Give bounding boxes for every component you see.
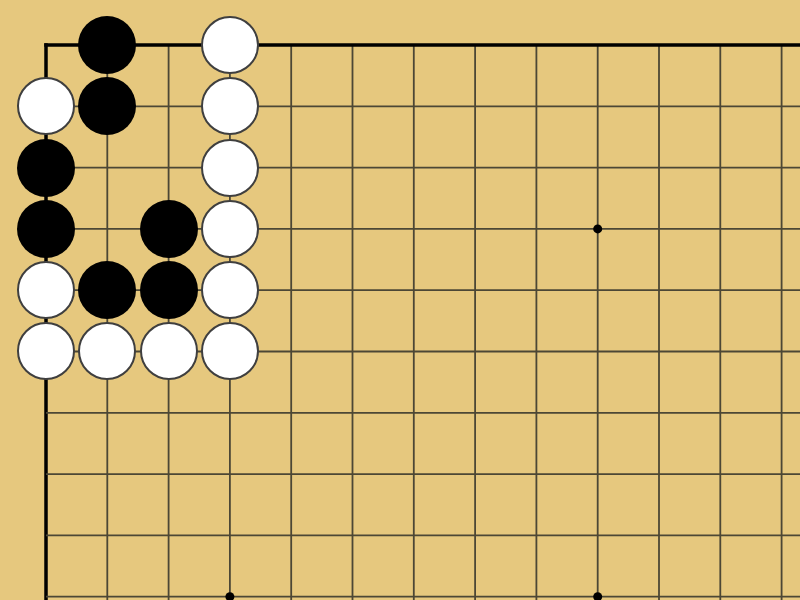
- intersection-0-4[interactable]: [15, 260, 76, 321]
- intersection-6-6[interactable]: [383, 382, 444, 443]
- intersection-6-7[interactable]: [383, 443, 444, 504]
- intersection-10-7[interactable]: [628, 443, 689, 504]
- intersection-5-2[interactable]: [322, 137, 383, 198]
- intersection-3-0[interactable]: [199, 14, 260, 75]
- intersection-8-6[interactable]: [506, 382, 567, 443]
- intersection-11-7[interactable]: [690, 443, 751, 504]
- intersection-9-9[interactable]: [567, 566, 628, 600]
- intersection-4-7[interactable]: [261, 443, 322, 504]
- intersection-0-1[interactable]: [15, 76, 76, 137]
- black-stone: [17, 139, 75, 197]
- intersection-8-2[interactable]: [506, 137, 567, 198]
- intersection-8-8[interactable]: [506, 505, 567, 566]
- intersection-10-4[interactable]: [628, 260, 689, 321]
- go-board: [0, 0, 800, 600]
- intersection-4-8[interactable]: [261, 505, 322, 566]
- intersection-3-8[interactable]: [199, 505, 260, 566]
- intersection-6-1[interactable]: [383, 76, 444, 137]
- intersection-9-2[interactable]: [567, 137, 628, 198]
- intersection-12-3[interactable]: [751, 198, 800, 259]
- intersection-2-0[interactable]: [138, 14, 199, 75]
- white-stone: [201, 139, 259, 197]
- intersection-9-6[interactable]: [567, 382, 628, 443]
- intersection-8-3[interactable]: [506, 198, 567, 259]
- intersection-2-4[interactable]: [138, 260, 199, 321]
- intersection-11-0[interactable]: [690, 14, 751, 75]
- intersection-1-5[interactable]: [77, 321, 138, 382]
- white-stone: [201, 77, 259, 135]
- intersection-2-2[interactable]: [138, 137, 199, 198]
- intersection-6-5[interactable]: [383, 321, 444, 382]
- intersection-0-0[interactable]: [15, 14, 76, 75]
- intersection-7-0[interactable]: [444, 14, 505, 75]
- intersection-2-7[interactable]: [138, 443, 199, 504]
- intersection-3-5[interactable]: [199, 321, 260, 382]
- intersection-0-3[interactable]: [15, 198, 76, 259]
- intersection-5-8[interactable]: [322, 505, 383, 566]
- intersection-5-9[interactable]: [322, 566, 383, 600]
- intersection-8-1[interactable]: [506, 76, 567, 137]
- intersection-10-9[interactable]: [628, 566, 689, 600]
- intersection-3-6[interactable]: [199, 382, 260, 443]
- black-stone: [78, 16, 136, 74]
- intersection-3-9[interactable]: [199, 566, 260, 600]
- intersection-11-1[interactable]: [690, 76, 751, 137]
- intersection-6-4[interactable]: [383, 260, 444, 321]
- intersection-0-9[interactable]: [15, 566, 76, 600]
- intersection-3-4[interactable]: [199, 260, 260, 321]
- intersection-9-0[interactable]: [567, 14, 628, 75]
- black-stone: [140, 261, 198, 319]
- intersection-4-6[interactable]: [261, 382, 322, 443]
- intersection-2-8[interactable]: [138, 505, 199, 566]
- black-stone: [78, 77, 136, 135]
- intersection-6-0[interactable]: [383, 14, 444, 75]
- intersection-2-1[interactable]: [138, 76, 199, 137]
- intersection-6-8[interactable]: [383, 505, 444, 566]
- intersection-0-5[interactable]: [15, 321, 76, 382]
- intersection-2-9[interactable]: [138, 566, 199, 600]
- white-stone: [201, 16, 259, 74]
- intersection-6-2[interactable]: [383, 137, 444, 198]
- intersection-11-3[interactable]: [690, 198, 751, 259]
- white-stone: [201, 322, 259, 380]
- intersection-6-3[interactable]: [383, 198, 444, 259]
- intersection-10-1[interactable]: [628, 76, 689, 137]
- intersection-7-7[interactable]: [444, 443, 505, 504]
- intersection-12-2[interactable]: [751, 137, 800, 198]
- white-stone: [201, 261, 259, 319]
- intersection-8-0[interactable]: [506, 14, 567, 75]
- intersection-0-8[interactable]: [15, 505, 76, 566]
- intersection-11-2[interactable]: [690, 137, 751, 198]
- white-stone: [17, 322, 75, 380]
- intersection-3-1[interactable]: [199, 76, 260, 137]
- intersection-4-0[interactable]: [261, 14, 322, 75]
- intersection-9-3[interactable]: [567, 198, 628, 259]
- black-stone: [17, 200, 75, 258]
- intersection-9-1[interactable]: [567, 76, 628, 137]
- intersection-9-5[interactable]: [567, 321, 628, 382]
- intersection-12-1[interactable]: [751, 76, 800, 137]
- intersection-7-5[interactable]: [444, 321, 505, 382]
- white-stone: [201, 200, 259, 258]
- intersection-1-9[interactable]: [77, 566, 138, 600]
- intersection-2-6[interactable]: [138, 382, 199, 443]
- intersection-12-6[interactable]: [751, 382, 800, 443]
- intersection-7-8[interactable]: [444, 505, 505, 566]
- intersection-7-1[interactable]: [444, 76, 505, 137]
- intersection-1-8[interactable]: [77, 505, 138, 566]
- intersection-12-8[interactable]: [751, 505, 800, 566]
- intersection-0-6[interactable]: [15, 382, 76, 443]
- intersection-10-5[interactable]: [628, 321, 689, 382]
- intersection-1-2[interactable]: [77, 137, 138, 198]
- intersection-11-5[interactable]: [690, 321, 751, 382]
- board-intersections: [15, 14, 800, 600]
- intersection-7-9[interactable]: [444, 566, 505, 600]
- intersection-5-5[interactable]: [322, 321, 383, 382]
- intersection-11-6[interactable]: [690, 382, 751, 443]
- intersection-12-0[interactable]: [751, 14, 800, 75]
- intersection-8-5[interactable]: [506, 321, 567, 382]
- white-stone: [17, 261, 75, 319]
- intersection-11-9[interactable]: [690, 566, 751, 600]
- intersection-9-4[interactable]: [567, 260, 628, 321]
- intersection-5-1[interactable]: [322, 76, 383, 137]
- white-stone: [140, 322, 198, 380]
- intersection-10-8[interactable]: [628, 505, 689, 566]
- intersection-8-4[interactable]: [506, 260, 567, 321]
- intersection-12-7[interactable]: [751, 443, 800, 504]
- black-stone: [140, 200, 198, 258]
- intersection-4-3[interactable]: [261, 198, 322, 259]
- intersection-3-7[interactable]: [199, 443, 260, 504]
- intersection-5-3[interactable]: [322, 198, 383, 259]
- intersection-0-7[interactable]: [15, 443, 76, 504]
- intersection-1-6[interactable]: [77, 382, 138, 443]
- intersection-10-6[interactable]: [628, 382, 689, 443]
- intersection-2-3[interactable]: [138, 198, 199, 259]
- intersection-4-4[interactable]: [261, 260, 322, 321]
- intersection-1-7[interactable]: [77, 443, 138, 504]
- intersection-7-3[interactable]: [444, 198, 505, 259]
- intersection-4-1[interactable]: [261, 76, 322, 137]
- intersection-5-6[interactable]: [322, 382, 383, 443]
- intersection-1-0[interactable]: [77, 14, 138, 75]
- intersection-10-3[interactable]: [628, 198, 689, 259]
- black-stone: [78, 261, 136, 319]
- intersection-5-7[interactable]: [322, 443, 383, 504]
- intersection-1-1[interactable]: [77, 76, 138, 137]
- intersection-7-6[interactable]: [444, 382, 505, 443]
- intersection-10-2[interactable]: [628, 137, 689, 198]
- intersection-5-4[interactable]: [322, 260, 383, 321]
- intersection-5-0[interactable]: [322, 14, 383, 75]
- intersection-9-8[interactable]: [567, 505, 628, 566]
- intersection-8-7[interactable]: [506, 443, 567, 504]
- intersection-10-0[interactable]: [628, 14, 689, 75]
- intersection-6-9[interactable]: [383, 566, 444, 600]
- white-stone: [78, 322, 136, 380]
- intersection-12-4[interactable]: [751, 260, 800, 321]
- white-stone: [17, 77, 75, 135]
- intersection-1-4[interactable]: [77, 260, 138, 321]
- intersection-12-5[interactable]: [751, 321, 800, 382]
- intersection-12-9[interactable]: [751, 566, 800, 600]
- intersection-8-9[interactable]: [506, 566, 567, 600]
- intersection-7-2[interactable]: [444, 137, 505, 198]
- intersection-1-3[interactable]: [77, 198, 138, 259]
- intersection-4-9[interactable]: [261, 566, 322, 600]
- intersection-3-2[interactable]: [199, 137, 260, 198]
- intersection-2-5[interactable]: [138, 321, 199, 382]
- intersection-4-5[interactable]: [261, 321, 322, 382]
- intersection-11-8[interactable]: [690, 505, 751, 566]
- intersection-9-7[interactable]: [567, 443, 628, 504]
- intersection-11-4[interactable]: [690, 260, 751, 321]
- intersection-7-4[interactable]: [444, 260, 505, 321]
- intersection-0-2[interactable]: [15, 137, 76, 198]
- intersection-3-3[interactable]: [199, 198, 260, 259]
- intersection-4-2[interactable]: [261, 137, 322, 198]
